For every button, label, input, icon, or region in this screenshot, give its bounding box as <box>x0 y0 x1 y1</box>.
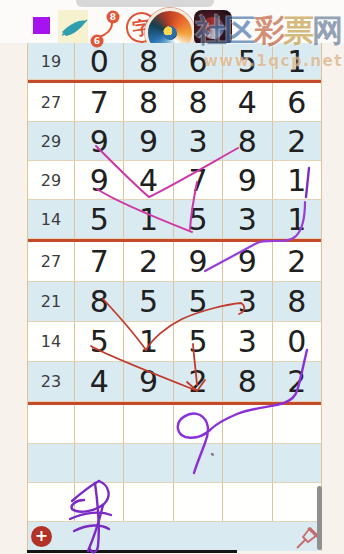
digit-cell: 6 <box>173 43 222 79</box>
digit-cell: 8 <box>123 83 172 121</box>
digit-cell: 9 <box>74 161 123 199</box>
digit-cell: 9 <box>123 362 172 401</box>
digit-cell: 8 <box>173 83 222 121</box>
digit-cell: 5 <box>173 322 222 361</box>
digit-cell: 5 <box>173 282 222 321</box>
empty-cell <box>28 405 74 443</box>
digit-cell: 3 <box>222 322 271 361</box>
digit-cell: 5 <box>74 200 123 238</box>
bottom-toolbar: + <box>28 522 321 551</box>
add-button[interactable]: + <box>31 526 52 547</box>
digit-cell: 2 <box>173 362 222 401</box>
digit-cell: 5 <box>74 322 123 361</box>
draw-row: 2778846 <box>28 83 321 122</box>
digit-cell: 5 <box>173 200 222 238</box>
digit-cell: 1 <box>123 322 172 361</box>
sum-cell: 14 <box>28 322 74 361</box>
digit-cell: 2 <box>272 122 321 160</box>
sum-cell: 29 <box>28 161 74 199</box>
empty-cell <box>123 483 172 521</box>
empty-row <box>28 405 321 444</box>
empty-cell <box>28 483 74 521</box>
empty-cell <box>28 444 74 482</box>
sum-cell: 19 <box>28 43 74 79</box>
scrollbar-thumb[interactable] <box>317 486 322 550</box>
empty-cell <box>74 483 123 521</box>
digit-cell: 9 <box>222 161 271 199</box>
draw-row: 2994791 <box>28 161 321 200</box>
sum-cell: 29 <box>28 122 74 160</box>
digit-cell: 0 <box>74 43 123 79</box>
dark-app-icon[interactable] <box>194 10 232 46</box>
digit-cell: 3 <box>173 122 222 160</box>
draw-row: 1451530 <box>28 322 321 362</box>
digit-cell: 8 <box>222 362 271 401</box>
empty-row <box>28 444 321 483</box>
digit-cell: 8 <box>74 282 123 321</box>
digit-cell: 3 <box>222 200 271 238</box>
digit-cell: 2 <box>123 242 172 281</box>
empty-cell <box>222 483 271 521</box>
sum-cell: 23 <box>28 362 74 401</box>
sum-cell: 21 <box>28 282 74 321</box>
digit-cell: 4 <box>123 161 172 199</box>
bottom-edge-line <box>27 550 237 553</box>
digit-cell: 8 <box>222 122 271 160</box>
lottery-trend-app: { "game": "lottery-number-trend-chart (5… <box>0 0 344 554</box>
digit-cell: 0 <box>272 322 321 361</box>
empty-cell <box>123 444 172 482</box>
digit-cell: 1 <box>272 161 321 199</box>
color-swatch-purple[interactable] <box>33 17 50 34</box>
digit-cell: 1 <box>272 43 321 79</box>
digit-cell: 9 <box>123 122 172 160</box>
toolbar: 字 <box>0 0 344 43</box>
digit-cell: 5 <box>123 282 172 321</box>
sum-cell: 14 <box>28 200 74 238</box>
digit-cell: 9 <box>173 242 222 281</box>
trend-chart-board[interactable]: 1908651277884629993822994791145153127729… <box>27 43 322 551</box>
digit-cell: 9 <box>222 242 271 281</box>
draw-row: 2999382 <box>28 122 321 161</box>
empty-row <box>28 483 321 522</box>
empty-cell <box>74 405 123 443</box>
digit-cell: 5 <box>222 43 271 79</box>
draw-row: 2772992 <box>28 242 321 282</box>
digit-cell: 7 <box>74 242 123 281</box>
empty-cell <box>222 405 271 443</box>
digit-cell: 2 <box>272 242 321 281</box>
draw-row: 2349282 <box>28 362 321 402</box>
sum-cell: 27 <box>28 242 74 281</box>
empty-cell <box>222 444 271 482</box>
draw-row: 2185538 <box>28 282 321 322</box>
empty-cell <box>173 444 222 482</box>
digit-cell: 6 <box>272 83 321 121</box>
sum-cell: 27 <box>28 83 74 121</box>
digit-cell: 8 <box>123 43 172 79</box>
empty-cell <box>272 405 321 443</box>
empty-cell <box>272 483 321 521</box>
empty-cell <box>123 405 172 443</box>
digit-cell: 7 <box>74 83 123 121</box>
draw-row: 1908651 <box>28 43 321 80</box>
digit-cell: 4 <box>74 362 123 401</box>
drag-handle[interactable] <box>76 0 214 7</box>
empty-cell <box>173 405 222 443</box>
digit-cell: 8 <box>272 282 321 321</box>
digit-cell: 7 <box>173 161 222 199</box>
digit-cell: 4 <box>222 83 271 121</box>
brush-tool-tile[interactable] <box>58 10 88 46</box>
draw-row: 1451531 <box>28 200 321 239</box>
empty-cell <box>74 444 123 482</box>
digit-cell: 2 <box>272 362 321 401</box>
digit-cell: 9 <box>74 122 123 160</box>
digit-cell: 1 <box>272 200 321 238</box>
empty-cell <box>173 483 222 521</box>
digit-cell: 1 <box>123 200 172 238</box>
empty-cell <box>272 444 321 482</box>
digit-cell: 3 <box>222 282 271 321</box>
